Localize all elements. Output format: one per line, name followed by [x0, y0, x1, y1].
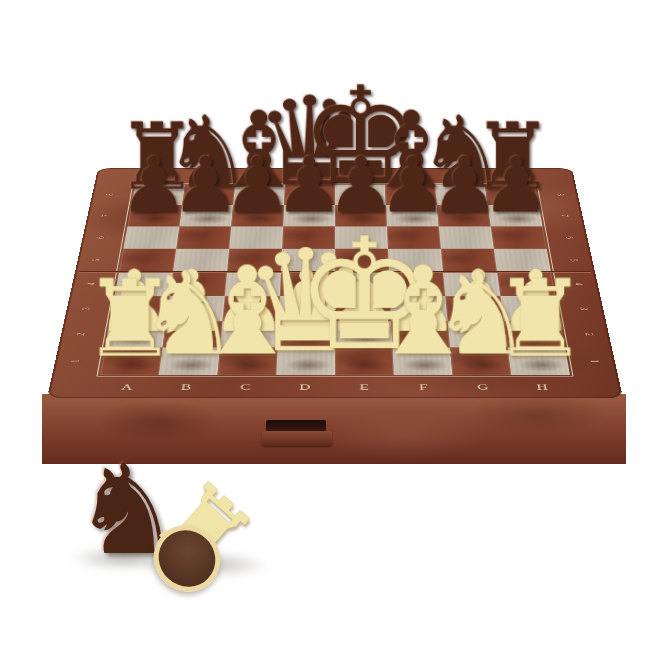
- square-h1: ♜: [507, 348, 570, 375]
- chess-board: 87654321 87654321 ABCDEFGH ♜♞♝♛♚♝♞♜♟♟♟♟♟…: [47, 168, 623, 398]
- rank-label: 6: [543, 234, 597, 241]
- rail-dot: [506, 173, 510, 174]
- file-label: A: [97, 383, 158, 391]
- rank-label: 7: [539, 212, 592, 218]
- latch-clasp: [262, 431, 332, 446]
- file-label: E: [335, 383, 395, 391]
- file-label: C: [216, 383, 276, 391]
- square-a6: [123, 226, 179, 248]
- file-label: D: [275, 383, 335, 391]
- square-h6: [491, 226, 547, 248]
- white-rook: ♜: [492, 266, 587, 372]
- square-h7: ♟: [488, 205, 543, 226]
- rank-label: 6: [73, 234, 127, 241]
- rail-dot: [457, 173, 461, 174]
- rail-dot: [308, 173, 312, 174]
- rank-label: 8: [83, 192, 135, 198]
- file-labels: ABCDEFGH: [97, 383, 573, 391]
- rail-dot: [358, 173, 362, 174]
- file-label: G: [453, 383, 513, 391]
- rank-label: 7: [78, 212, 131, 218]
- file-label: H: [512, 383, 573, 391]
- play-area: ♜♞♝♛♚♝♞♜♟♟♟♟♟♟♟♟♟♟♟♟♟♟♟♟♜♞♝♛♚♝♞♜: [100, 184, 570, 375]
- product-photo-scene: 87654321 87654321 ABCDEFGH ♜♞♝♛♚♝♞♜♟♟♟♟♟…: [0, 0, 650, 650]
- file-label: F: [394, 383, 454, 391]
- rail-dot: [407, 173, 411, 174]
- board-case: 87654321 87654321 ABCDEFGH ♜♞♝♛♚♝♞♜♟♟♟♟♟…: [47, 168, 623, 398]
- file-label: B: [156, 383, 216, 391]
- rank-label: 8: [535, 192, 587, 198]
